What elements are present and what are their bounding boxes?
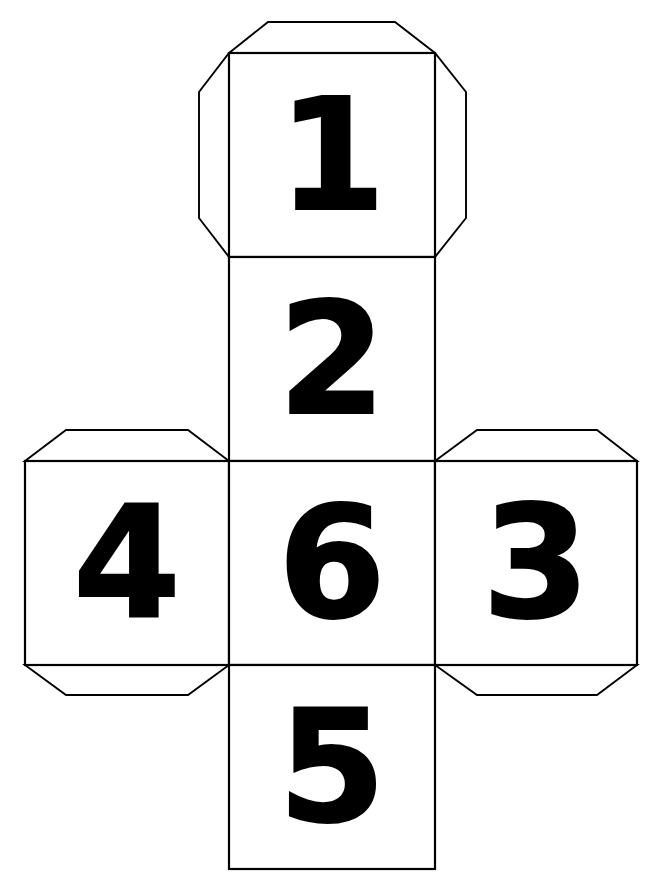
die-face-1: 1: [229, 53, 435, 257]
face-5-number: 5: [278, 690, 386, 845]
face-2-number: 2: [278, 282, 386, 437]
face-1-number: 1: [278, 78, 386, 233]
die-face-6: 6: [229, 461, 435, 665]
face-3-number: 3: [482, 486, 590, 641]
die-face-5: 5: [229, 665, 435, 869]
die-face-3: 3: [435, 461, 637, 665]
dice-net-template: 1 2 4 6 3 5: [0, 0, 660, 891]
face-4-number: 4: [73, 486, 181, 641]
die-face-2: 2: [229, 257, 435, 461]
net-faces-grid: 1 2 4 6 3 5: [25, 53, 637, 869]
face-6-number: 6: [278, 486, 386, 641]
die-face-4: 4: [25, 461, 229, 665]
